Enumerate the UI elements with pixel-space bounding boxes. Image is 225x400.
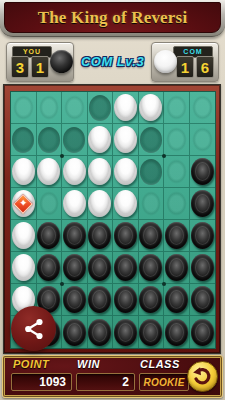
class-value-box: ROOKIE [139, 373, 189, 391]
black-disc-d5 [88, 222, 111, 249]
black-disc-h3 [191, 158, 214, 185]
black-disc-b5 [37, 222, 60, 249]
cell-g6[interactable] [164, 252, 190, 284]
class-label: CLASS [140, 358, 180, 370]
cell-b2[interactable] [37, 124, 63, 156]
white-disc-c4 [63, 190, 86, 217]
cell-c8[interactable] [62, 316, 88, 348]
cell-h5[interactable] [190, 220, 216, 252]
legal-move-hint-d1[interactable] [89, 95, 111, 121]
cell-f5[interactable] [139, 220, 165, 252]
cell-h4[interactable] [190, 188, 216, 220]
win-label: WIN [77, 358, 100, 370]
title-bar: The King of Reversi [0, 0, 225, 37]
com-score: 1 6 [176, 56, 214, 78]
cell-c4[interactable] [62, 188, 88, 220]
white-disc-d3 [88, 158, 111, 185]
undo-arrow-icon [192, 366, 213, 387]
cell-f7[interactable] [139, 284, 165, 316]
black-disc-c8 [63, 319, 86, 346]
cell-e2[interactable] [113, 124, 139, 156]
black-disc-g6 [165, 254, 188, 281]
black-disc-g7 [165, 286, 188, 313]
cell-e7[interactable] [113, 284, 139, 316]
cell-a2[interactable] [11, 124, 37, 156]
legal-move-hint-c2[interactable] [63, 127, 85, 153]
black-disc-e7 [114, 286, 137, 313]
cell-h8[interactable] [190, 316, 216, 348]
cell-e8[interactable] [113, 316, 139, 348]
cell-a1[interactable] [11, 92, 37, 124]
cell-d1[interactable] [88, 92, 114, 124]
cell-c2[interactable] [62, 124, 88, 156]
point-value: 1093 [39, 375, 66, 389]
white-disc-e2 [114, 126, 137, 153]
marker-sparkle: ✦ [19, 199, 27, 208]
white-disc-b3 [37, 158, 60, 185]
cell-d2[interactable] [88, 124, 114, 156]
cell-f2[interactable] [139, 124, 165, 156]
cell-a6[interactable] [11, 252, 37, 284]
cell-b5[interactable] [37, 220, 63, 252]
cell-g5[interactable] [164, 220, 190, 252]
cell-d5[interactable] [88, 220, 114, 252]
title-plate: The King of Reversi [4, 2, 221, 33]
black-disc-d6 [88, 254, 111, 281]
cell-f3[interactable] [139, 156, 165, 188]
com-score-tens: 1 [176, 56, 194, 78]
cell-f8[interactable] [139, 316, 165, 348]
black-disc-e6 [114, 254, 137, 281]
app-title: The King of Reversi [38, 8, 188, 28]
black-disc-f7 [139, 286, 162, 313]
black-disc-e5 [114, 222, 137, 249]
class-value: ROOKIE [143, 377, 184, 388]
black-disc-b6 [37, 254, 60, 281]
white-disc-a5 [12, 222, 35, 249]
white-disc-c3 [63, 158, 86, 185]
white-disc-a3 [12, 158, 35, 185]
white-disc-a6 [12, 254, 35, 281]
white-disc-f1 [139, 94, 162, 121]
cell-e4[interactable] [113, 188, 139, 220]
white-disc-e1 [114, 94, 137, 121]
cell-d8[interactable] [88, 316, 114, 348]
black-disc-h5 [191, 222, 214, 249]
cell-d4[interactable] [88, 188, 114, 220]
black-disc-g5 [165, 222, 188, 249]
share-button[interactable] [11, 306, 56, 351]
black-disc-d8 [88, 319, 111, 346]
cell-b4[interactable] [37, 188, 63, 220]
cell-f4[interactable] [139, 188, 165, 220]
cell-d6[interactable] [88, 252, 114, 284]
cell-e3[interactable] [113, 156, 139, 188]
cell-g2[interactable] [164, 124, 190, 156]
black-disc-f6 [139, 254, 162, 281]
black-disc-e8 [114, 319, 137, 346]
black-disc-c6 [63, 254, 86, 281]
cell-g8[interactable] [164, 316, 190, 348]
cell-b6[interactable] [37, 252, 63, 284]
footer-panel: POINT WIN CLASS 1093 2 ROOKIE [2, 355, 223, 398]
black-disc-d7 [88, 286, 111, 313]
cell-a3[interactable] [11, 156, 37, 188]
black-disc-g8 [165, 319, 188, 346]
point-label: POINT [13, 358, 49, 370]
cell-g4[interactable] [164, 188, 190, 220]
cell-c6[interactable] [62, 252, 88, 284]
legal-move-hint-f2[interactable] [140, 127, 162, 153]
cell-g7[interactable] [164, 284, 190, 316]
cell-d3[interactable] [88, 156, 114, 188]
win-value: 2 [122, 375, 129, 389]
com-white-disc-indicator [154, 50, 177, 73]
cell-h2[interactable] [190, 124, 216, 156]
cell-d7[interactable] [88, 284, 114, 316]
point-value-box: 1093 [11, 373, 72, 391]
cell-b3[interactable] [37, 156, 63, 188]
cell-a4[interactable]: ✦ [11, 188, 37, 220]
cell-b1[interactable] [37, 92, 63, 124]
cell-h1[interactable] [190, 92, 216, 124]
cell-g1[interactable] [164, 92, 190, 124]
white-disc-e3 [114, 158, 137, 185]
cell-f6[interactable] [139, 252, 165, 284]
black-disc-h6 [191, 254, 214, 281]
cell-c3[interactable] [62, 156, 88, 188]
white-disc-e4 [114, 190, 137, 217]
legal-move-hint-f3[interactable] [140, 159, 162, 185]
white-disc-d4 [88, 190, 111, 217]
black-disc-c5 [63, 222, 86, 249]
cell-c7[interactable] [62, 284, 88, 316]
com-score-ones: 6 [196, 56, 214, 78]
black-disc-c7 [63, 286, 86, 313]
cell-h7[interactable] [190, 284, 216, 316]
app-screen: The King of Reversi YOU 3 1 COM Lv.3 COM… [0, 0, 225, 400]
you-black-disc-indicator [50, 50, 73, 73]
black-disc-h7 [191, 286, 214, 313]
cell-g3[interactable] [164, 156, 190, 188]
cell-e6[interactable] [113, 252, 139, 284]
black-disc-h8 [191, 319, 214, 346]
black-disc-f5 [139, 222, 162, 249]
black-disc-f8 [139, 319, 162, 346]
win-value-box: 2 [76, 373, 135, 391]
share-icon [22, 317, 46, 341]
cell-f1[interactable] [139, 92, 165, 124]
cell-c1[interactable] [62, 92, 88, 124]
cell-e1[interactable] [113, 92, 139, 124]
black-disc-h4 [191, 190, 214, 217]
cell-c5[interactable] [62, 220, 88, 252]
cell-h6[interactable] [190, 252, 216, 284]
scoreboard: YOU 3 1 COM Lv.3 COM 1 6 [0, 37, 225, 84]
cell-a5[interactable] [11, 220, 37, 252]
cell-e5[interactable] [113, 220, 139, 252]
white-disc-d2 [88, 126, 111, 153]
cell-h3[interactable] [190, 156, 216, 188]
legal-move-hint-b2[interactable] [38, 127, 60, 153]
undo-button[interactable] [187, 361, 218, 392]
legal-move-hint-a2[interactable] [12, 127, 34, 153]
